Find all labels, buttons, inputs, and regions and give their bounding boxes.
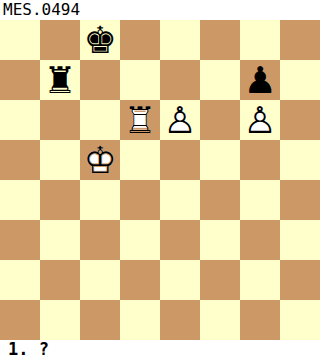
square-h6[interactable] bbox=[280, 100, 320, 140]
square-a5[interactable] bbox=[0, 140, 40, 180]
square-e6[interactable]: ♟♙ bbox=[160, 100, 200, 140]
square-b7[interactable]: ♜ bbox=[40, 60, 80, 100]
square-e8[interactable] bbox=[160, 20, 200, 60]
square-f8[interactable] bbox=[200, 20, 240, 60]
square-g7[interactable]: ♟ bbox=[240, 60, 280, 100]
square-f3[interactable] bbox=[200, 220, 240, 260]
white-pawn-outline: ♙ bbox=[243, 99, 276, 142]
square-c4[interactable] bbox=[80, 180, 120, 220]
square-g3[interactable] bbox=[240, 220, 280, 260]
square-b8[interactable] bbox=[40, 20, 80, 60]
square-g1[interactable] bbox=[240, 300, 280, 340]
white-pawn[interactable]: ♟♙ bbox=[163, 102, 196, 139]
square-g8[interactable] bbox=[240, 20, 280, 60]
white-pawn[interactable]: ♟♙ bbox=[243, 102, 276, 139]
square-e4[interactable] bbox=[160, 180, 200, 220]
square-h4[interactable] bbox=[280, 180, 320, 220]
square-c8[interactable]: ♚ bbox=[80, 20, 120, 60]
black-pawn[interactable]: ♟ bbox=[243, 62, 276, 99]
square-d2[interactable] bbox=[120, 260, 160, 300]
square-d7[interactable] bbox=[120, 60, 160, 100]
square-a2[interactable] bbox=[0, 260, 40, 300]
square-h1[interactable] bbox=[280, 300, 320, 340]
square-d1[interactable] bbox=[120, 300, 160, 340]
square-f4[interactable] bbox=[200, 180, 240, 220]
white-king[interactable]: ♚♔ bbox=[83, 142, 116, 179]
square-b6[interactable] bbox=[40, 100, 80, 140]
square-g6[interactable]: ♟♙ bbox=[240, 100, 280, 140]
square-b3[interactable] bbox=[40, 220, 80, 260]
square-h2[interactable] bbox=[280, 260, 320, 300]
square-f1[interactable] bbox=[200, 300, 240, 340]
square-e2[interactable] bbox=[160, 260, 200, 300]
square-a3[interactable] bbox=[0, 220, 40, 260]
square-d3[interactable] bbox=[120, 220, 160, 260]
white-king-outline: ♔ bbox=[83, 139, 116, 182]
square-b2[interactable] bbox=[40, 260, 80, 300]
square-a4[interactable] bbox=[0, 180, 40, 220]
square-g4[interactable] bbox=[240, 180, 280, 220]
chess-board: ♚♜♟♜♖♟♙♟♙♚♔ bbox=[0, 20, 320, 340]
square-f2[interactable] bbox=[200, 260, 240, 300]
square-b1[interactable] bbox=[40, 300, 80, 340]
square-c6[interactable] bbox=[80, 100, 120, 140]
square-e5[interactable] bbox=[160, 140, 200, 180]
black-king[interactable]: ♚ bbox=[83, 22, 116, 59]
square-a6[interactable] bbox=[0, 100, 40, 140]
square-e3[interactable] bbox=[160, 220, 200, 260]
square-e1[interactable] bbox=[160, 300, 200, 340]
white-rook[interactable]: ♜♖ bbox=[123, 102, 156, 139]
square-g5[interactable] bbox=[240, 140, 280, 180]
square-h3[interactable] bbox=[280, 220, 320, 260]
square-a7[interactable] bbox=[0, 60, 40, 100]
square-d4[interactable] bbox=[120, 180, 160, 220]
square-a8[interactable] bbox=[0, 20, 40, 60]
white-rook-outline: ♖ bbox=[123, 99, 156, 142]
square-f7[interactable] bbox=[200, 60, 240, 100]
square-e7[interactable] bbox=[160, 60, 200, 100]
square-c5[interactable]: ♚♔ bbox=[80, 140, 120, 180]
square-c1[interactable] bbox=[80, 300, 120, 340]
diagram-title: MES.0494 bbox=[3, 0, 80, 20]
square-b4[interactable] bbox=[40, 180, 80, 220]
square-h5[interactable] bbox=[280, 140, 320, 180]
square-d6[interactable]: ♜♖ bbox=[120, 100, 160, 140]
square-d5[interactable] bbox=[120, 140, 160, 180]
square-g2[interactable] bbox=[240, 260, 280, 300]
square-d8[interactable] bbox=[120, 20, 160, 60]
square-h8[interactable] bbox=[280, 20, 320, 60]
square-c3[interactable] bbox=[80, 220, 120, 260]
square-f5[interactable] bbox=[200, 140, 240, 180]
square-h7[interactable] bbox=[280, 60, 320, 100]
move-prompt: 1. ? bbox=[8, 340, 49, 360]
square-c7[interactable] bbox=[80, 60, 120, 100]
white-pawn-outline: ♙ bbox=[163, 99, 196, 142]
black-rook[interactable]: ♜ bbox=[43, 62, 76, 99]
square-b5[interactable] bbox=[40, 140, 80, 180]
square-a1[interactable] bbox=[0, 300, 40, 340]
square-c2[interactable] bbox=[80, 260, 120, 300]
square-f6[interactable] bbox=[200, 100, 240, 140]
